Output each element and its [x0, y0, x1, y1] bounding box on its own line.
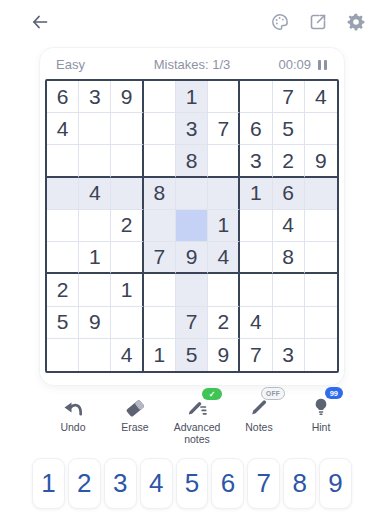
top-bar-actions	[266, 8, 370, 39]
erase-label: Erase	[103, 421, 167, 433]
erase-button[interactable]: Erase	[104, 395, 166, 445]
sudoku-cell-r2c2[interactable]	[79, 113, 111, 145]
sudoku-cell-r1c9[interactable]: 4	[305, 81, 337, 113]
numpad-key-2[interactable]: 2	[68, 458, 101, 509]
sudoku-cell-r2c4[interactable]	[144, 113, 176, 145]
sudoku-cell-r2c7[interactable]: 6	[240, 113, 272, 145]
sudoku-cell-r1c2[interactable]: 3	[79, 81, 111, 113]
notes-label: Notes	[227, 421, 291, 433]
sudoku-cell-r3c1[interactable]	[47, 145, 79, 177]
sudoku-cell-r3c2[interactable]	[79, 145, 111, 177]
top-bar	[0, 0, 384, 46]
sudoku-cell-r2c3[interactable]	[111, 113, 143, 145]
sudoku-cell-r5c2[interactable]	[79, 210, 111, 242]
numpad-key-8[interactable]: 8	[283, 458, 316, 509]
sudoku-cell-r6c5[interactable]: 9	[176, 242, 208, 274]
status-row: Easy Mistakes: 1/3 00:09	[45, 57, 339, 79]
timer-area: 00:09	[248, 57, 328, 72]
sudoku-cell-r4c9[interactable]	[305, 178, 337, 210]
advanced-notes-on-badge: ✓	[202, 388, 222, 400]
sudoku-cell-r9c2[interactable]	[79, 339, 111, 371]
sudoku-cell-r7c6[interactable]	[208, 274, 240, 306]
advanced-notes-label: Advanced notes	[165, 421, 229, 445]
sudoku-cell-r6c9[interactable]	[305, 242, 337, 274]
sudoku-cell-r4c8[interactable]: 6	[273, 178, 305, 210]
sudoku-cell-r1c8[interactable]: 7	[273, 81, 305, 113]
sudoku-cell-r6c1[interactable]	[47, 242, 79, 274]
sudoku-cell-r8c6[interactable]: 2	[208, 307, 240, 339]
sudoku-cell-r4c3[interactable]	[111, 178, 143, 210]
numpad: 123456789	[32, 458, 352, 509]
sudoku-cell-r8c5[interactable]: 7	[176, 307, 208, 339]
sudoku-cell-r6c3[interactable]	[111, 242, 143, 274]
sudoku-cell-r6c2[interactable]: 1	[79, 242, 111, 274]
sudoku-cell-r5c7[interactable]	[240, 210, 272, 242]
pencil-icon: OFF	[249, 395, 269, 417]
sudoku-cell-r5c1[interactable]	[47, 210, 79, 242]
sudoku-cell-r1c7[interactable]	[240, 81, 272, 113]
sudoku-cell-r9c5[interactable]: 5	[176, 339, 208, 371]
sudoku-cell-r8c1[interactable]: 5	[47, 307, 79, 339]
sudoku-cell-r7c1[interactable]: 2	[47, 274, 79, 306]
sudoku-cell-r8c9[interactable]	[305, 307, 337, 339]
undo-label: Undo	[41, 421, 105, 433]
sudoku-cell-r7c4[interactable]	[144, 274, 176, 306]
sudoku-cell-r4c2[interactable]: 4	[79, 178, 111, 210]
back-button[interactable]	[26, 8, 54, 39]
sudoku-cell-r7c8[interactable]	[273, 274, 305, 306]
sudoku-cell-r7c2[interactable]	[79, 274, 111, 306]
sudoku-cell-r3c6[interactable]	[208, 145, 240, 177]
pause-button[interactable]	[317, 59, 328, 71]
sudoku-cell-r6c8[interactable]: 8	[273, 242, 305, 274]
share-icon	[308, 12, 328, 35]
sudoku-cell-r1c1[interactable]: 6	[47, 81, 79, 113]
sudoku-cell-r5c6[interactable]: 1	[208, 210, 240, 242]
numpad-key-3[interactable]: 3	[104, 458, 137, 509]
sudoku-cell-r1c5[interactable]: 1	[176, 81, 208, 113]
sudoku-cell-r3c3[interactable]	[111, 145, 143, 177]
settings-button[interactable]	[342, 8, 370, 39]
gear-icon	[346, 12, 366, 35]
sudoku-cell-r8c2[interactable]: 9	[79, 307, 111, 339]
sudoku-cell-r9c8[interactable]: 3	[273, 339, 305, 371]
sudoku-cell-r7c7[interactable]	[240, 274, 272, 306]
sudoku-cell-r8c7[interactable]: 4	[240, 307, 272, 339]
lightbulb-icon: 99	[311, 395, 331, 417]
undo-button[interactable]: Undo	[42, 395, 104, 445]
sudoku-cell-r4c6[interactable]	[208, 178, 240, 210]
numpad-key-1[interactable]: 1	[32, 458, 65, 509]
eraser-icon	[124, 395, 146, 417]
sudoku-cell-r6c4[interactable]: 7	[144, 242, 176, 274]
sudoku-cell-r5c9[interactable]	[305, 210, 337, 242]
sudoku-cell-r2c5[interactable]: 3	[176, 113, 208, 145]
undo-icon	[62, 395, 84, 417]
sudoku-cell-r9c7[interactable]: 7	[240, 339, 272, 371]
pause-icon	[318, 60, 321, 70]
sudoku-cell-r9c9[interactable]	[305, 339, 337, 371]
difficulty-label: Easy	[56, 57, 136, 72]
sudoku-cell-r4c5[interactable]	[176, 178, 208, 210]
palette-icon	[270, 12, 290, 35]
sudoku-cell-r7c3[interactable]: 1	[111, 274, 143, 306]
share-button[interactable]	[304, 8, 332, 39]
notes-off-badge: OFF	[261, 387, 285, 400]
sudoku-cell-r8c4[interactable]	[144, 307, 176, 339]
sudoku-cell-r8c8[interactable]	[273, 307, 305, 339]
hint-button[interactable]: 99 Hint	[290, 395, 352, 445]
sudoku-board: 6391744376583294816214179482159724415973	[45, 79, 339, 373]
theme-button[interactable]	[266, 8, 294, 39]
hint-label: Hint	[289, 421, 353, 433]
numpad-key-5[interactable]: 5	[176, 458, 209, 509]
toolbar: Undo Erase	[42, 395, 342, 445]
sudoku-cell-r9c1[interactable]	[47, 339, 79, 371]
sudoku-cell-r4c1[interactable]	[47, 178, 79, 210]
sudoku-cell-r2c9[interactable]	[305, 113, 337, 145]
sudoku-cell-r5c8[interactable]: 4	[273, 210, 305, 242]
sudoku-cell-r4c4[interactable]: 8	[144, 178, 176, 210]
sudoku-cell-r7c5[interactable]	[176, 274, 208, 306]
numpad-key-9[interactable]: 9	[319, 458, 352, 509]
numpad-key-4[interactable]: 4	[140, 458, 173, 509]
sudoku-cell-r3c5[interactable]: 8	[176, 145, 208, 177]
app-screen: Easy Mistakes: 1/3 00:09 639174437658329…	[0, 0, 384, 512]
sudoku-cell-r5c5[interactable]	[176, 210, 208, 242]
sudoku-cell-r9c6[interactable]: 9	[208, 339, 240, 371]
mistakes-counter: Mistakes: 1/3	[136, 57, 248, 72]
sudoku-cell-r8c3[interactable]	[111, 307, 143, 339]
sudoku-cell-r1c3[interactable]: 9	[111, 81, 143, 113]
numpad-key-7[interactable]: 7	[247, 458, 280, 509]
advanced-notes-icon: ✓	[186, 395, 208, 417]
sudoku-cell-r1c6[interactable]	[208, 81, 240, 113]
sudoku-cell-r5c3[interactable]: 2	[111, 210, 143, 242]
sudoku-cell-r3c7[interactable]: 3	[240, 145, 272, 177]
notes-button[interactable]: OFF Notes	[228, 395, 290, 445]
sudoku-cell-r9c4[interactable]: 1	[144, 339, 176, 371]
sudoku-cell-r1c4[interactable]	[144, 81, 176, 113]
sudoku-cell-r3c9[interactable]: 9	[305, 145, 337, 177]
numpad-key-6[interactable]: 6	[211, 458, 244, 509]
sudoku-cell-r2c1[interactable]: 4	[47, 113, 79, 145]
advanced-notes-button[interactable]: ✓ Advanced notes	[166, 395, 228, 445]
timer: 00:09	[278, 57, 311, 72]
hint-count-badge: 99	[325, 387, 343, 399]
sudoku-cell-r3c8[interactable]: 2	[273, 145, 305, 177]
sudoku-cell-r9c3[interactable]: 4	[111, 339, 143, 371]
game-card: Easy Mistakes: 1/3 00:09 639174437658329…	[40, 48, 344, 385]
sudoku-cell-r3c4[interactable]	[144, 145, 176, 177]
pause-icon	[324, 60, 327, 70]
back-arrow-icon	[30, 12, 50, 35]
sudoku-cell-r6c6[interactable]: 4	[208, 242, 240, 274]
sudoku-cell-r6c7[interactable]	[240, 242, 272, 274]
sudoku-cell-r2c8[interactable]: 5	[273, 113, 305, 145]
sudoku-cell-r2c6[interactable]: 7	[208, 113, 240, 145]
sudoku-cell-r5c4[interactable]	[144, 210, 176, 242]
sudoku-cell-r7c9[interactable]	[305, 274, 337, 306]
sudoku-cell-r4c7[interactable]: 1	[240, 178, 272, 210]
